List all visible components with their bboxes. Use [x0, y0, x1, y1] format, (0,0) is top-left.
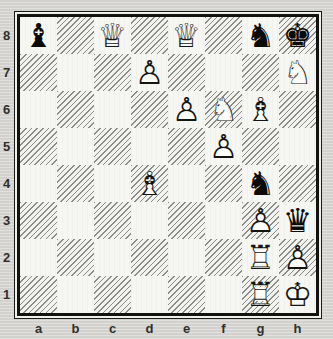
square-b2[interactable] [57, 239, 94, 276]
square-b7[interactable] [57, 54, 94, 91]
rank-label-4: 4 [0, 165, 13, 202]
square-d1[interactable] [131, 276, 168, 313]
square-a3[interactable] [20, 202, 57, 239]
square-c3[interactable] [94, 202, 131, 239]
piece-glyph: ♛ [279, 202, 316, 239]
square-a1[interactable] [20, 276, 57, 313]
rank-label-3: 3 [0, 202, 13, 239]
square-f5[interactable]: ♟♙ [205, 128, 242, 165]
square-g6[interactable]: ♝♗ [242, 91, 279, 128]
rank-label-5: 5 [0, 128, 13, 165]
piece-outline-glyph: ♙ [168, 91, 205, 128]
file-label-a: a [20, 320, 57, 337]
square-d8[interactable] [131, 17, 168, 54]
rank-label-8: 8 [0, 17, 13, 54]
square-h4[interactable] [279, 165, 316, 202]
square-d3[interactable] [131, 202, 168, 239]
square-c5[interactable] [94, 128, 131, 165]
piece-white-pawn-icon: ♟♙ [131, 54, 168, 91]
piece-outline-glyph: ♙ [242, 202, 279, 239]
square-d2[interactable] [131, 239, 168, 276]
square-a4[interactable] [20, 165, 57, 202]
square-d5[interactable] [131, 128, 168, 165]
square-d7[interactable]: ♟♙ [131, 54, 168, 91]
square-b4[interactable] [57, 165, 94, 202]
file-label-g: g [242, 320, 279, 337]
square-g3[interactable]: ♟♙ [242, 202, 279, 239]
square-g1[interactable]: ♜♖ [242, 276, 279, 313]
piece-white-pawn-icon: ♟♙ [242, 202, 279, 239]
square-b1[interactable] [57, 276, 94, 313]
piece-outline-glyph: ♙ [131, 54, 168, 91]
file-label-f: f [205, 320, 242, 337]
piece-white-pawn-icon: ♟♙ [168, 91, 205, 128]
board-grid: ♝♛♕♛♕♞♚♟♙♞♘♟♙♞♘♝♗♟♙♝♗♞♟♙♛♜♖♟♙♜♖♚♔ [20, 17, 316, 313]
square-h3[interactable]: ♛ [279, 202, 316, 239]
piece-white-queen-icon: ♛♕ [168, 17, 205, 54]
piece-glyph: ♞ [242, 17, 279, 54]
square-g5[interactable] [242, 128, 279, 165]
square-e2[interactable] [168, 239, 205, 276]
square-h6[interactable] [279, 91, 316, 128]
piece-black-king-icon: ♚ [279, 17, 316, 54]
rank-label-6: 6 [0, 91, 13, 128]
rank-label-1: 1 [0, 276, 13, 313]
piece-black-bishop-icon: ♝ [20, 17, 57, 54]
piece-black-knight-icon: ♞ [242, 17, 279, 54]
file-label-c: c [94, 320, 131, 337]
square-e5[interactable] [168, 128, 205, 165]
file-label-e: e [168, 320, 205, 337]
square-b3[interactable] [57, 202, 94, 239]
piece-outline-glyph: ♗ [242, 91, 279, 128]
square-h8[interactable]: ♚ [279, 17, 316, 54]
piece-outline-glyph: ♙ [205, 128, 242, 165]
square-d4[interactable]: ♝♗ [131, 165, 168, 202]
rank-label-2: 2 [0, 239, 13, 276]
piece-outline-glyph: ♘ [205, 91, 242, 128]
square-g2[interactable]: ♜♖ [242, 239, 279, 276]
square-g4[interactable]: ♞ [242, 165, 279, 202]
square-e4[interactable] [168, 165, 205, 202]
piece-white-rook-icon: ♜♖ [242, 239, 279, 276]
piece-outline-glyph: ♕ [168, 17, 205, 54]
piece-white-knight-icon: ♞♘ [205, 91, 242, 128]
file-label-h: h [279, 320, 316, 337]
square-e8[interactable]: ♛♕ [168, 17, 205, 54]
square-b8[interactable] [57, 17, 94, 54]
square-a7[interactable] [20, 54, 57, 91]
rank-labels: 8 7 6 5 4 3 2 1 [0, 17, 13, 313]
piece-black-knight-icon: ♞ [242, 165, 279, 202]
piece-white-bishop-icon: ♝♗ [242, 91, 279, 128]
square-a8[interactable]: ♝ [20, 17, 57, 54]
square-c7[interactable] [94, 54, 131, 91]
square-f6[interactable]: ♞♘ [205, 91, 242, 128]
file-label-d: d [131, 320, 168, 337]
piece-outline-glyph: ♗ [131, 165, 168, 202]
square-f7[interactable] [205, 54, 242, 91]
square-a2[interactable] [20, 239, 57, 276]
file-labels: a b c d e f g h [20, 320, 316, 337]
square-f2[interactable] [205, 239, 242, 276]
piece-white-knight-icon: ♞♘ [279, 54, 316, 91]
square-c1[interactable] [94, 276, 131, 313]
chess-diagram: 8 7 6 5 4 3 2 1 ♝♛♕♛♕♞♚♟♙♞♘♟♙♞♘♝♗♟♙♝♗♞♟♙… [0, 0, 333, 339]
piece-glyph: ♞ [242, 165, 279, 202]
piece-white-pawn-icon: ♟♙ [205, 128, 242, 165]
square-e1[interactable] [168, 276, 205, 313]
square-e3[interactable] [168, 202, 205, 239]
piece-outline-glyph: ♖ [242, 239, 279, 276]
piece-outline-glyph: ♘ [279, 54, 316, 91]
square-h5[interactable] [279, 128, 316, 165]
piece-white-pawn-icon: ♟♙ [279, 239, 316, 276]
square-e6[interactable]: ♟♙ [168, 91, 205, 128]
rank-label-7: 7 [0, 54, 13, 91]
square-a6[interactable] [20, 91, 57, 128]
square-e7[interactable] [168, 54, 205, 91]
square-h7[interactable]: ♞♘ [279, 54, 316, 91]
square-c2[interactable] [94, 239, 131, 276]
square-d6[interactable] [131, 91, 168, 128]
piece-glyph: ♚ [279, 17, 316, 54]
square-f3[interactable] [205, 202, 242, 239]
piece-glyph: ♝ [20, 17, 57, 54]
square-f1[interactable] [205, 276, 242, 313]
square-c8[interactable]: ♛♕ [94, 17, 131, 54]
file-label-b: b [57, 320, 94, 337]
square-c4[interactable] [94, 165, 131, 202]
square-a5[interactable] [20, 128, 57, 165]
square-h1[interactable]: ♚♔ [279, 276, 316, 313]
piece-black-queen-icon: ♛ [279, 202, 316, 239]
chess-board: ♝♛♕♛♕♞♚♟♙♞♘♟♙♞♘♝♗♟♙♝♗♞♟♙♛♜♖♟♙♜♖♚♔ [14, 11, 322, 319]
square-f8[interactable] [205, 17, 242, 54]
square-b5[interactable] [57, 128, 94, 165]
board-frame: ♝♛♕♛♕♞♚♟♙♞♘♟♙♞♘♝♗♟♙♝♗♞♟♙♛♜♖♟♙♜♖♚♔ [17, 14, 319, 316]
square-g7[interactable] [242, 54, 279, 91]
piece-outline-glyph: ♕ [94, 17, 131, 54]
piece-outline-glyph: ♔ [279, 276, 316, 313]
piece-white-rook-icon: ♜♖ [242, 276, 279, 313]
piece-outline-glyph: ♙ [279, 239, 316, 276]
piece-white-bishop-icon: ♝♗ [131, 165, 168, 202]
piece-outline-glyph: ♖ [242, 276, 279, 313]
piece-white-king-icon: ♚♔ [279, 276, 316, 313]
square-h2[interactable]: ♟♙ [279, 239, 316, 276]
piece-white-queen-icon: ♛♕ [94, 17, 131, 54]
square-c6[interactable] [94, 91, 131, 128]
square-g8[interactable]: ♞ [242, 17, 279, 54]
square-b6[interactable] [57, 91, 94, 128]
square-f4[interactable] [205, 165, 242, 202]
